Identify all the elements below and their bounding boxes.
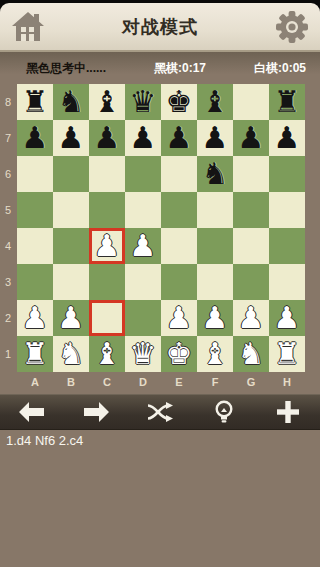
file-label-d: D bbox=[125, 373, 161, 392]
settings-button[interactable] bbox=[264, 4, 320, 50]
plus-icon bbox=[277, 401, 299, 423]
piece-black-pawn: ♟ bbox=[233, 120, 269, 156]
piece-black-pawn: ♟ bbox=[89, 120, 125, 156]
file-label-f: F bbox=[197, 373, 233, 392]
shuffle-button[interactable] bbox=[128, 394, 192, 430]
square-g4[interactable] bbox=[233, 228, 269, 264]
piece-black-queen: ♛ bbox=[125, 84, 161, 120]
square-a7[interactable]: ♟ bbox=[17, 120, 53, 156]
toolbar bbox=[0, 394, 320, 430]
square-b6[interactable] bbox=[53, 156, 89, 192]
piece-black-pawn: ♟ bbox=[197, 120, 233, 156]
square-f4[interactable] bbox=[197, 228, 233, 264]
square-h7[interactable]: ♟ bbox=[269, 120, 305, 156]
piece-white-knight: ♞ bbox=[233, 336, 269, 372]
square-e6[interactable] bbox=[161, 156, 197, 192]
rank-label-3: 3 bbox=[0, 264, 16, 300]
rank-label-1: 1 bbox=[0, 336, 16, 372]
piece-black-bishop: ♝ bbox=[89, 84, 125, 120]
hint-button[interactable] bbox=[192, 394, 256, 430]
piece-black-knight: ♞ bbox=[197, 156, 233, 192]
square-b1[interactable]: ♞ bbox=[53, 336, 89, 372]
rank-label-8: 8 bbox=[0, 84, 16, 120]
piece-white-rook: ♜ bbox=[269, 336, 305, 372]
file-label-h: H bbox=[269, 373, 305, 392]
square-c4[interactable]: ♟ bbox=[89, 228, 125, 264]
square-f3[interactable] bbox=[197, 264, 233, 300]
square-g2[interactable]: ♟ bbox=[233, 300, 269, 336]
home-icon bbox=[11, 11, 45, 43]
rank-label-4: 4 bbox=[0, 228, 16, 264]
arrow-left-icon bbox=[19, 402, 45, 422]
piece-white-bishop: ♝ bbox=[197, 336, 233, 372]
piece-white-queen: ♛ bbox=[125, 336, 161, 372]
square-g5[interactable] bbox=[233, 192, 269, 228]
file-label-c: C bbox=[89, 373, 125, 392]
square-d7[interactable]: ♟ bbox=[125, 120, 161, 156]
thinking-status: 黑色思考中...... bbox=[26, 60, 106, 77]
square-a8[interactable]: ♜ bbox=[17, 84, 53, 120]
square-h4[interactable] bbox=[269, 228, 305, 264]
square-f5[interactable] bbox=[197, 192, 233, 228]
square-e8[interactable]: ♚ bbox=[161, 84, 197, 120]
square-a2[interactable]: ♟ bbox=[17, 300, 53, 336]
square-e2[interactable]: ♟ bbox=[161, 300, 197, 336]
square-h5[interactable] bbox=[269, 192, 305, 228]
square-d3[interactable] bbox=[125, 264, 161, 300]
piece-white-pawn: ♟ bbox=[53, 300, 89, 336]
piece-black-pawn: ♟ bbox=[17, 120, 53, 156]
square-g8[interactable] bbox=[233, 84, 269, 120]
square-d6[interactable] bbox=[125, 156, 161, 192]
file-label-b: B bbox=[53, 373, 89, 392]
piece-black-pawn: ♟ bbox=[125, 120, 161, 156]
square-d8[interactable]: ♛ bbox=[125, 84, 161, 120]
rank-label-7: 7 bbox=[0, 120, 16, 156]
arrow-right-icon bbox=[83, 402, 109, 422]
piece-black-pawn: ♟ bbox=[53, 120, 89, 156]
piece-white-bishop: ♝ bbox=[89, 336, 125, 372]
piece-black-knight: ♞ bbox=[53, 84, 89, 120]
square-c1[interactable]: ♝ bbox=[89, 336, 125, 372]
rank-labels: 87654321 bbox=[0, 84, 16, 372]
square-b7[interactable]: ♟ bbox=[53, 120, 89, 156]
white-clock: 白棋:0:05 bbox=[254, 60, 306, 77]
new-game-button[interactable] bbox=[256, 394, 320, 430]
file-label-e: E bbox=[161, 373, 197, 392]
page-title: 对战模式 bbox=[56, 15, 264, 39]
square-e7[interactable]: ♟ bbox=[161, 120, 197, 156]
square-h1[interactable]: ♜ bbox=[269, 336, 305, 372]
home-button[interactable] bbox=[0, 4, 56, 50]
piece-white-pawn: ♟ bbox=[161, 300, 197, 336]
square-c3[interactable] bbox=[89, 264, 125, 300]
piece-black-pawn: ♟ bbox=[269, 120, 305, 156]
back-button[interactable] bbox=[0, 394, 64, 430]
square-c7[interactable]: ♟ bbox=[89, 120, 125, 156]
square-h8[interactable]: ♜ bbox=[269, 84, 305, 120]
board: ♜♞♝♛♚♝♜♟♟♟♟♟♟♟♟♞♟♟♟♟♟♟♟♟♜♞♝♛♚♝♞♜ bbox=[17, 84, 305, 372]
square-a4[interactable] bbox=[17, 228, 53, 264]
square-c2[interactable] bbox=[89, 300, 125, 336]
square-g7[interactable]: ♟ bbox=[233, 120, 269, 156]
piece-white-knight: ♞ bbox=[53, 336, 89, 372]
piece-white-pawn: ♟ bbox=[125, 228, 161, 264]
game-status-row: 黑色思考中...... 黑棋:0:17 白棋:0:05 bbox=[0, 52, 320, 84]
gear-icon bbox=[275, 10, 309, 44]
square-e4[interactable] bbox=[161, 228, 197, 264]
file-label-a: A bbox=[17, 373, 53, 392]
rank-label-2: 2 bbox=[0, 300, 16, 336]
square-a6[interactable] bbox=[17, 156, 53, 192]
piece-black-pawn: ♟ bbox=[161, 120, 197, 156]
square-c8[interactable]: ♝ bbox=[89, 84, 125, 120]
square-b5[interactable] bbox=[53, 192, 89, 228]
piece-white-king: ♚ bbox=[161, 336, 197, 372]
square-b2[interactable]: ♟ bbox=[53, 300, 89, 336]
header: 对战模式 bbox=[0, 3, 320, 52]
piece-black-bishop: ♝ bbox=[197, 84, 233, 120]
piece-white-pawn: ♟ bbox=[269, 300, 305, 336]
square-b3[interactable] bbox=[53, 264, 89, 300]
square-g3[interactable] bbox=[233, 264, 269, 300]
forward-button[interactable] bbox=[64, 394, 128, 430]
piece-black-king: ♚ bbox=[161, 84, 197, 120]
shuffle-icon bbox=[147, 402, 173, 422]
square-h3[interactable] bbox=[269, 264, 305, 300]
square-f1[interactable]: ♝ bbox=[197, 336, 233, 372]
square-h2[interactable]: ♟ bbox=[269, 300, 305, 336]
file-label-g: G bbox=[233, 373, 269, 392]
square-a5[interactable] bbox=[17, 192, 53, 228]
square-b4[interactable] bbox=[53, 228, 89, 264]
square-f8[interactable]: ♝ bbox=[197, 84, 233, 120]
lightbulb-icon bbox=[214, 400, 234, 424]
file-labels: ABCDEFGH bbox=[17, 373, 305, 392]
piece-white-pawn: ♟ bbox=[89, 228, 125, 264]
piece-white-pawn: ♟ bbox=[17, 300, 53, 336]
square-f2[interactable]: ♟ bbox=[197, 300, 233, 336]
piece-white-rook: ♜ bbox=[17, 336, 53, 372]
move-list: 1.d4 Nf6 2.c4 bbox=[6, 433, 83, 448]
square-e5[interactable] bbox=[161, 192, 197, 228]
square-h6[interactable] bbox=[269, 156, 305, 192]
square-g1[interactable]: ♞ bbox=[233, 336, 269, 372]
square-b8[interactable]: ♞ bbox=[53, 84, 89, 120]
square-a3[interactable] bbox=[17, 264, 53, 300]
piece-black-rook: ♜ bbox=[17, 84, 53, 120]
piece-black-rook: ♜ bbox=[269, 84, 305, 120]
square-g6[interactable] bbox=[233, 156, 269, 192]
square-e3[interactable] bbox=[161, 264, 197, 300]
square-d5[interactable] bbox=[125, 192, 161, 228]
square-f7[interactable]: ♟ bbox=[197, 120, 233, 156]
square-f6[interactable]: ♞ bbox=[197, 156, 233, 192]
square-d1[interactable]: ♛ bbox=[125, 336, 161, 372]
square-d4[interactable]: ♟ bbox=[125, 228, 161, 264]
black-clock: 黑棋:0:17 bbox=[154, 60, 206, 77]
piece-white-pawn: ♟ bbox=[233, 300, 269, 336]
square-c5[interactable] bbox=[89, 192, 125, 228]
square-c6[interactable] bbox=[89, 156, 125, 192]
square-a1[interactable]: ♜ bbox=[17, 336, 53, 372]
rank-label-6: 6 bbox=[0, 156, 16, 192]
rank-label-5: 5 bbox=[0, 192, 16, 228]
piece-white-pawn: ♟ bbox=[197, 300, 233, 336]
square-e1[interactable]: ♚ bbox=[161, 336, 197, 372]
square-d2[interactable] bbox=[125, 300, 161, 336]
